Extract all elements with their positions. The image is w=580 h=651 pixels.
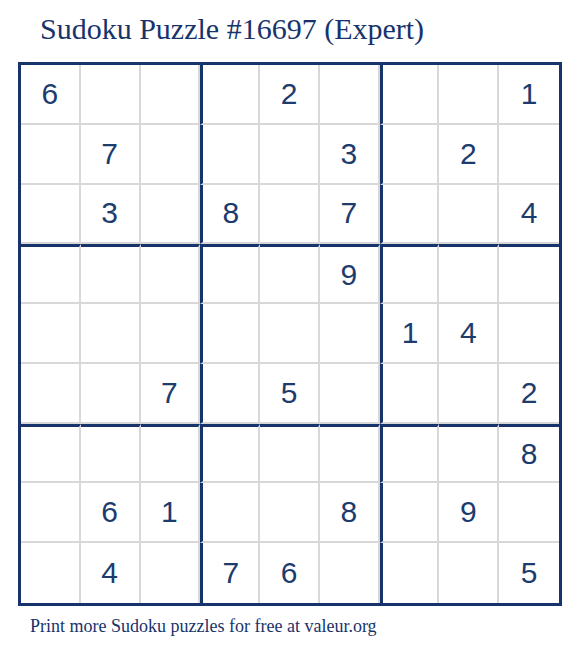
cell-r5c5[interactable]: [260, 304, 320, 364]
cell-r6c7[interactable]: [380, 364, 440, 424]
cell-r4c3[interactable]: [141, 244, 201, 304]
cell-r6c2[interactable]: [81, 364, 141, 424]
cell-r7c7[interactable]: [380, 424, 440, 484]
cell-r3c8[interactable]: [439, 185, 499, 245]
cell-r4c6[interactable]: 9: [320, 244, 380, 304]
cell-r1c1[interactable]: 6: [21, 65, 81, 125]
cell-r9c6[interactable]: [320, 543, 380, 603]
cell-r4c1[interactable]: [21, 244, 81, 304]
cell-r1c2[interactable]: [81, 65, 141, 125]
footer-text: Print more Sudoku puzzles for free at va…: [30, 616, 377, 637]
cell-r8c5[interactable]: [260, 483, 320, 543]
cell-r9c7[interactable]: [380, 543, 440, 603]
cell-r2c5[interactable]: [260, 125, 320, 185]
cell-r9c2[interactable]: 4: [81, 543, 141, 603]
cell-r3c7[interactable]: [380, 185, 440, 245]
cell-r7c3[interactable]: [141, 424, 201, 484]
sudoku-board: 6217323874914752861894765: [18, 62, 562, 606]
cell-r7c1[interactable]: [21, 424, 81, 484]
cell-r2c3[interactable]: [141, 125, 201, 185]
cell-r1c6[interactable]: [320, 65, 380, 125]
cell-r2c9[interactable]: [499, 125, 559, 185]
cell-r9c8[interactable]: [439, 543, 499, 603]
cell-r6c3[interactable]: 7: [141, 364, 201, 424]
cell-r1c7[interactable]: [380, 65, 440, 125]
cell-r8c2[interactable]: 6: [81, 483, 141, 543]
cell-r3c1[interactable]: [21, 185, 81, 245]
cell-r2c7[interactable]: [380, 125, 440, 185]
cell-r4c9[interactable]: [499, 244, 559, 304]
cell-r8c7[interactable]: [380, 483, 440, 543]
cell-r5c4[interactable]: [200, 304, 260, 364]
cell-r3c4[interactable]: 8: [200, 185, 260, 245]
page: Sudoku Puzzle #16697 (Expert) 6217323874…: [0, 0, 580, 651]
cell-r4c8[interactable]: [439, 244, 499, 304]
cell-r7c4[interactable]: [200, 424, 260, 484]
cell-r5c9[interactable]: [499, 304, 559, 364]
cell-r6c1[interactable]: [21, 364, 81, 424]
cell-r4c4[interactable]: [200, 244, 260, 304]
cell-r6c8[interactable]: [439, 364, 499, 424]
cell-r9c1[interactable]: [21, 543, 81, 603]
cell-r2c2[interactable]: 7: [81, 125, 141, 185]
cell-r3c6[interactable]: 7: [320, 185, 380, 245]
cell-r4c5[interactable]: [260, 244, 320, 304]
cell-r8c1[interactable]: [21, 483, 81, 543]
cell-r4c7[interactable]: [380, 244, 440, 304]
cell-r3c9[interactable]: 4: [499, 185, 559, 245]
cell-r2c4[interactable]: [200, 125, 260, 185]
cell-r6c5[interactable]: 5: [260, 364, 320, 424]
cell-r5c2[interactable]: [81, 304, 141, 364]
cell-r7c6[interactable]: [320, 424, 380, 484]
cell-r5c3[interactable]: [141, 304, 201, 364]
cell-r8c3[interactable]: 1: [141, 483, 201, 543]
cell-r1c9[interactable]: 1: [499, 65, 559, 125]
cell-r2c8[interactable]: 2: [439, 125, 499, 185]
cell-r6c9[interactable]: 2: [499, 364, 559, 424]
cell-r2c1[interactable]: [21, 125, 81, 185]
cell-r1c5[interactable]: 2: [260, 65, 320, 125]
cell-r5c1[interactable]: [21, 304, 81, 364]
cell-r8c8[interactable]: 9: [439, 483, 499, 543]
cell-r9c9[interactable]: 5: [499, 543, 559, 603]
cell-r5c6[interactable]: [320, 304, 380, 364]
cell-r3c3[interactable]: [141, 185, 201, 245]
cell-r9c3[interactable]: [141, 543, 201, 603]
puzzle-title: Sudoku Puzzle #16697 (Expert): [40, 12, 424, 46]
cell-r7c8[interactable]: [439, 424, 499, 484]
cell-r1c3[interactable]: [141, 65, 201, 125]
cell-r3c5[interactable]: [260, 185, 320, 245]
cell-r5c8[interactable]: 4: [439, 304, 499, 364]
cell-r1c8[interactable]: [439, 65, 499, 125]
cell-r6c4[interactable]: [200, 364, 260, 424]
cell-r7c9[interactable]: 8: [499, 424, 559, 484]
cell-r9c4[interactable]: 7: [200, 543, 260, 603]
cell-r6c6[interactable]: [320, 364, 380, 424]
cell-r7c5[interactable]: [260, 424, 320, 484]
cell-r7c2[interactable]: [81, 424, 141, 484]
cell-r2c6[interactable]: 3: [320, 125, 380, 185]
cell-r8c6[interactable]: 8: [320, 483, 380, 543]
cell-r8c9[interactable]: [499, 483, 559, 543]
cell-r3c2[interactable]: 3: [81, 185, 141, 245]
cell-r9c5[interactable]: 6: [260, 543, 320, 603]
cell-r8c4[interactable]: [200, 483, 260, 543]
cell-r5c7[interactable]: 1: [380, 304, 440, 364]
cell-r4c2[interactable]: [81, 244, 141, 304]
cell-r1c4[interactable]: [200, 65, 260, 125]
